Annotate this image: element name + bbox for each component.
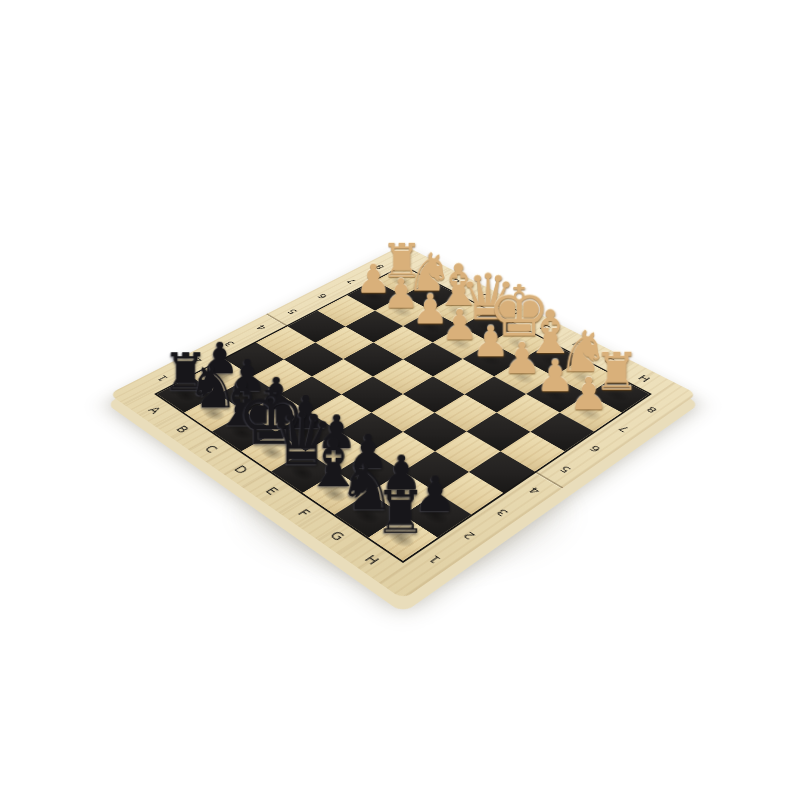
product-photo: ABCDEFGH ABCDEFGH 87654321 87654321 ♜♞♝♛… — [0, 0, 800, 800]
square-h7: ♟ — [559, 394, 622, 431]
black-rook-h1: ♜ — [375, 483, 428, 542]
white-pawn-h7: ♟ — [569, 372, 609, 417]
